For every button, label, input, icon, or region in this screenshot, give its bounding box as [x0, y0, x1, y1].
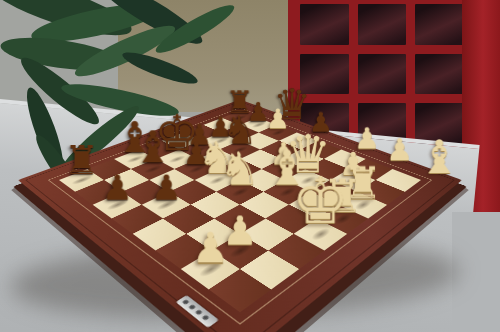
board-grid[interactable]: ♜♝♜♝♚♟♟♟♟♟♞♟♟♞♞♟♝♛♟♟♟♚♜♜ — [59, 111, 421, 312]
square-a6[interactable]: ♟ — [93, 192, 142, 219]
captured-white-bishop[interactable]: ♝ — [420, 122, 460, 180]
white-king[interactable]: ♚ — [297, 165, 344, 234]
square-a1[interactable] — [209, 269, 271, 312]
white-pawn[interactable]: ♟ — [184, 193, 236, 269]
chessboard[interactable]: ♜♝♜♝♚♟♟♟♟♟♞♟♟♞♞♟♝♛♟♟♟♚♜♜ ♛♟♟♟♝ — [18, 100, 462, 332]
black-pawn[interactable]: ♟ — [145, 142, 188, 205]
scene: ♜♝♜♝♚♟♟♟♟♟♞♟♟♞♞♟♝♛♟♟♟♚♜♜ ♛♟♟♟♝ — [0, 0, 500, 332]
captured-white-pawn[interactable]: ♟ — [381, 110, 419, 165]
dgt-control-panel[interactable] — [176, 295, 219, 328]
black-pawn[interactable]: ♟ — [96, 142, 139, 205]
photo-stage: ♜♝♜♝♚♟♟♟♟♟♞♟♟♞♞♟♝♛♟♟♟♚♜♜ ♛♟♟♟♝ — [0, 0, 500, 332]
